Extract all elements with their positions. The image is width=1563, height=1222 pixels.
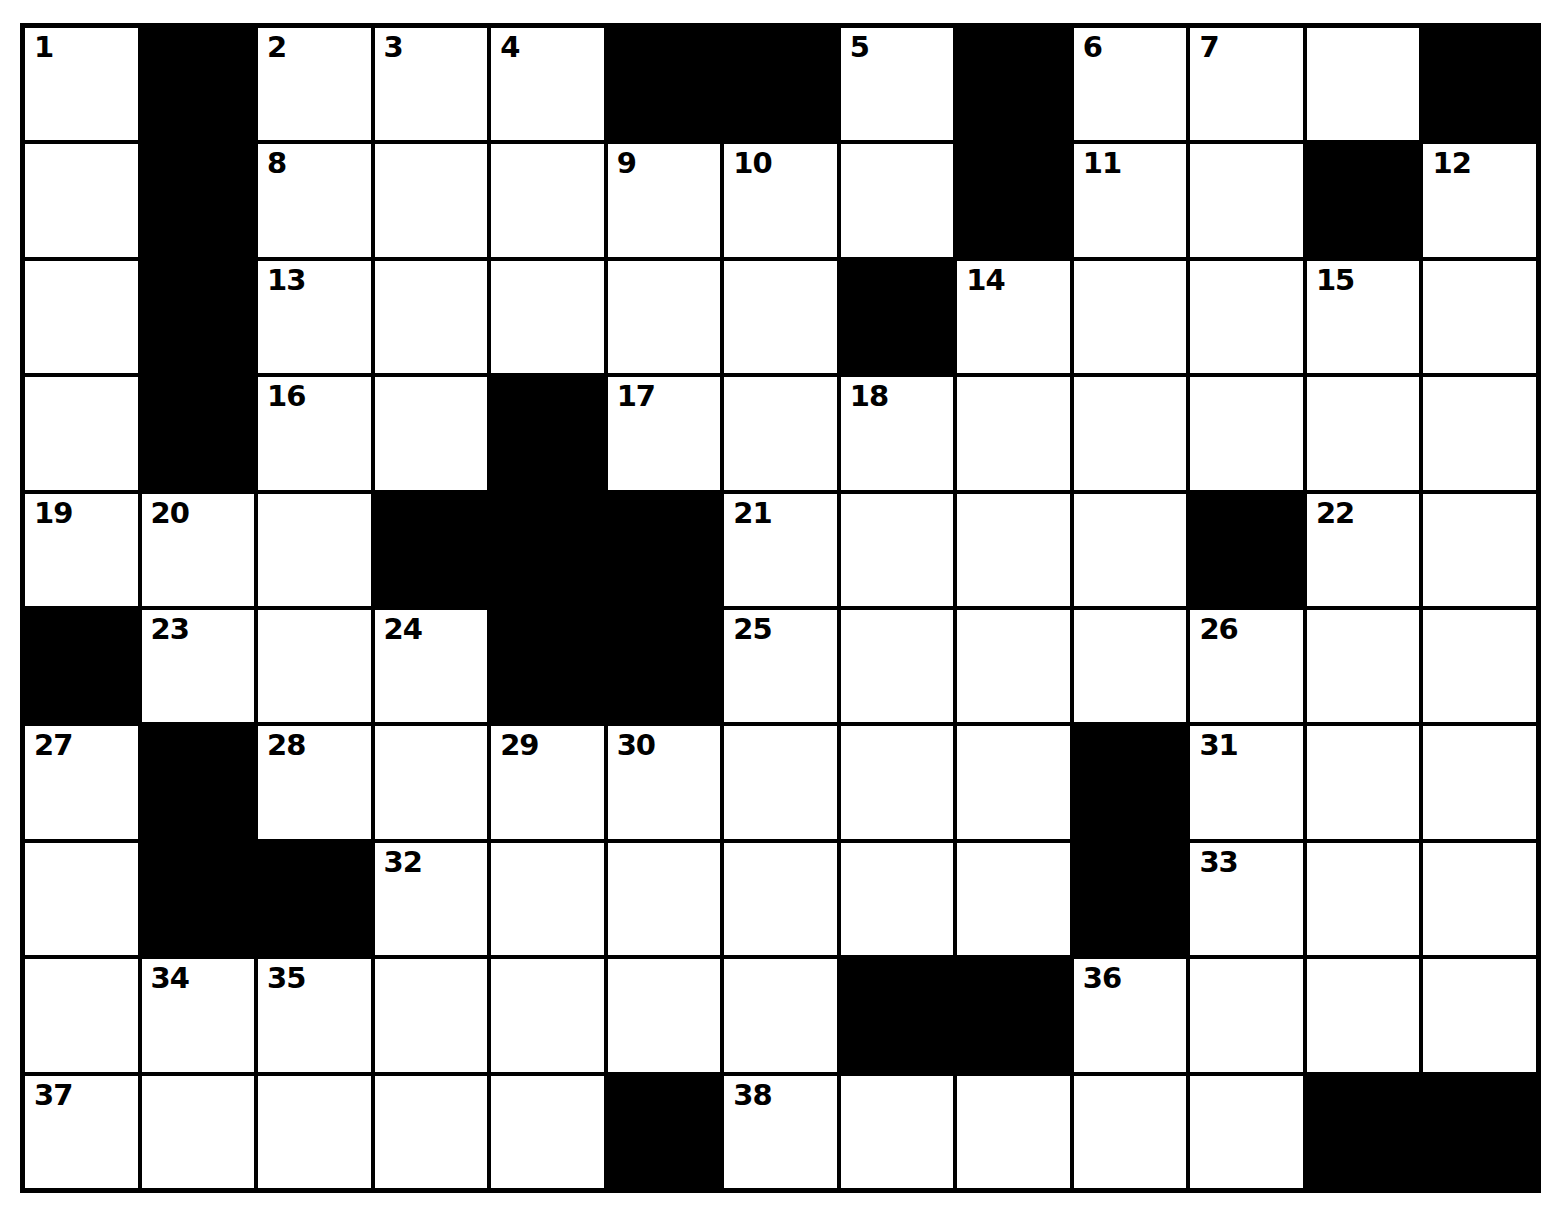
white-cell-r8c8[interactable]	[841, 843, 954, 955]
white-cell-r6c2[interactable]: 23	[142, 610, 255, 722]
white-cell-r3c3[interactable]: 13	[258, 261, 371, 373]
black-cell-r7c10	[1074, 726, 1187, 838]
white-cell-r5c8[interactable]	[841, 494, 954, 606]
clue-number: 7	[1199, 32, 1218, 62]
white-cell-r1c4[interactable]: 3	[375, 28, 488, 140]
clue-number: 16	[267, 381, 305, 411]
white-cell-r3c4[interactable]	[375, 261, 488, 373]
black-cell-r8c3	[258, 843, 371, 955]
clue-number: 9	[617, 148, 636, 178]
clue-number: 34	[151, 963, 189, 993]
white-cell-r7c6[interactable]: 30	[608, 726, 721, 838]
clue-number: 6	[1083, 32, 1102, 62]
white-cell-r10c11[interactable]	[1190, 1076, 1303, 1188]
black-cell-r1c7	[724, 28, 837, 140]
clue-number: 22	[1316, 498, 1354, 528]
white-cell-r2c7[interactable]: 10	[724, 144, 837, 256]
white-cell-r5c7[interactable]: 21	[724, 494, 837, 606]
white-cell-r9c1[interactable]	[25, 959, 138, 1071]
white-cell-r4c4[interactable]	[375, 377, 488, 489]
white-cell-r10c4[interactable]	[375, 1076, 488, 1188]
white-cell-r10c7[interactable]: 38	[724, 1076, 837, 1188]
white-cell-r10c5[interactable]	[491, 1076, 604, 1188]
white-cell-r1c3[interactable]: 2	[258, 28, 371, 140]
white-cell-r9c4[interactable]	[375, 959, 488, 1071]
white-cell-r6c4[interactable]: 24	[375, 610, 488, 722]
black-cell-r9c9	[957, 959, 1070, 1071]
black-cell-r4c5	[491, 377, 604, 489]
clue-number: 4	[500, 32, 519, 62]
white-cell-r3c11[interactable]	[1190, 261, 1303, 373]
white-cell-r7c12[interactable]	[1307, 726, 1420, 838]
white-cell-r8c5[interactable]	[491, 843, 604, 955]
white-cell-r1c1[interactable]: 1	[25, 28, 138, 140]
white-cell-r7c9[interactable]	[957, 726, 1070, 838]
white-cell-r9c2[interactable]: 34	[142, 959, 255, 1071]
clue-number: 26	[1199, 614, 1237, 644]
clue-number: 23	[151, 614, 189, 644]
white-cell-r7c7[interactable]	[724, 726, 837, 838]
white-cell-r3c6[interactable]	[608, 261, 721, 373]
clue-number: 30	[617, 730, 655, 760]
black-cell-r2c12	[1307, 144, 1420, 256]
clue-number: 3	[384, 32, 403, 62]
clue-number: 24	[384, 614, 422, 644]
crossword-page: 1234567891011121314151617181920212223242…	[0, 0, 1563, 1222]
white-cell-r3c12[interactable]: 15	[1307, 261, 1420, 373]
clue-number: 13	[267, 265, 305, 295]
white-cell-r10c10[interactable]	[1074, 1076, 1187, 1188]
white-cell-r3c9[interactable]: 14	[957, 261, 1070, 373]
black-cell-r6c5	[491, 610, 604, 722]
white-cell-r6c13[interactable]	[1423, 610, 1536, 722]
white-cell-r8c7[interactable]	[724, 843, 837, 955]
white-cell-r2c10[interactable]: 11	[1074, 144, 1187, 256]
clue-number: 1	[34, 32, 53, 62]
white-cell-r7c5[interactable]: 29	[491, 726, 604, 838]
black-cell-r7c2	[142, 726, 255, 838]
black-cell-r2c9	[957, 144, 1070, 256]
black-cell-r1c2	[142, 28, 255, 140]
white-cell-r6c3[interactable]	[258, 610, 371, 722]
clue-number: 19	[34, 498, 72, 528]
crossword-grid: 1234567891011121314151617181920212223242…	[20, 23, 1541, 1193]
clue-number: 11	[1083, 148, 1121, 178]
white-cell-r8c12[interactable]	[1307, 843, 1420, 955]
white-cell-r6c11[interactable]: 26	[1190, 610, 1303, 722]
white-cell-r2c5[interactable]	[491, 144, 604, 256]
white-cell-r2c6[interactable]: 9	[608, 144, 721, 256]
clue-number: 18	[850, 381, 888, 411]
white-cell-r8c4[interactable]: 32	[375, 843, 488, 955]
white-cell-r4c11[interactable]	[1190, 377, 1303, 489]
white-cell-r7c8[interactable]	[841, 726, 954, 838]
white-cell-r4c10[interactable]	[1074, 377, 1187, 489]
white-cell-r4c6[interactable]: 17	[608, 377, 721, 489]
white-cell-r4c8[interactable]: 18	[841, 377, 954, 489]
white-cell-r3c1[interactable]	[25, 261, 138, 373]
black-cell-r3c8	[841, 261, 954, 373]
white-cell-r10c3[interactable]	[258, 1076, 371, 1188]
black-cell-r10c6	[608, 1076, 721, 1188]
white-cell-r7c4[interactable]	[375, 726, 488, 838]
white-cell-r1c11[interactable]: 7	[1190, 28, 1303, 140]
white-cell-r5c1[interactable]: 19	[25, 494, 138, 606]
white-cell-r8c6[interactable]	[608, 843, 721, 955]
white-cell-r8c13[interactable]	[1423, 843, 1536, 955]
white-cell-r1c10[interactable]: 6	[1074, 28, 1187, 140]
white-cell-r9c5[interactable]	[491, 959, 604, 1071]
clue-number: 8	[267, 148, 286, 178]
black-cell-r1c9	[957, 28, 1070, 140]
clue-number: 35	[267, 963, 305, 993]
white-cell-r10c8[interactable]	[841, 1076, 954, 1188]
white-cell-r6c10[interactable]	[1074, 610, 1187, 722]
clue-number: 37	[34, 1080, 72, 1110]
white-cell-r10c1[interactable]: 37	[25, 1076, 138, 1188]
white-cell-r7c1[interactable]: 27	[25, 726, 138, 838]
white-cell-r9c10[interactable]: 36	[1074, 959, 1187, 1071]
white-cell-r9c6[interactable]	[608, 959, 721, 1071]
white-cell-r4c9[interactable]	[957, 377, 1070, 489]
clue-number: 28	[267, 730, 305, 760]
black-cell-r5c11	[1190, 494, 1303, 606]
white-cell-r9c12[interactable]	[1307, 959, 1420, 1071]
white-cell-r3c7[interactable]	[724, 261, 837, 373]
black-cell-r2c2	[142, 144, 255, 256]
white-cell-r4c7[interactable]	[724, 377, 837, 489]
clue-number: 17	[617, 381, 655, 411]
white-cell-r9c3[interactable]: 35	[258, 959, 371, 1071]
black-cell-r6c1	[25, 610, 138, 722]
white-cell-r5c3[interactable]	[258, 494, 371, 606]
clue-number: 5	[850, 32, 869, 62]
clue-number: 36	[1083, 963, 1121, 993]
black-cell-r10c12	[1307, 1076, 1420, 1188]
black-cell-r1c13	[1423, 28, 1536, 140]
clue-number: 25	[733, 614, 771, 644]
white-cell-r6c8[interactable]	[841, 610, 954, 722]
white-cell-r5c10[interactable]	[1074, 494, 1187, 606]
white-cell-r9c11[interactable]	[1190, 959, 1303, 1071]
white-cell-r2c8[interactable]	[841, 144, 954, 256]
clue-number: 27	[34, 730, 72, 760]
black-cell-r5c5	[491, 494, 604, 606]
white-cell-r8c1[interactable]	[25, 843, 138, 955]
white-cell-r7c13[interactable]	[1423, 726, 1536, 838]
white-cell-r3c10[interactable]	[1074, 261, 1187, 373]
white-cell-r2c3[interactable]: 8	[258, 144, 371, 256]
clue-number: 21	[733, 498, 771, 528]
clue-number: 38	[733, 1080, 771, 1110]
white-cell-r4c3[interactable]: 16	[258, 377, 371, 489]
black-cell-r9c8	[841, 959, 954, 1071]
white-cell-r8c9[interactable]	[957, 843, 1070, 955]
clue-number: 31	[1199, 730, 1237, 760]
black-cell-r5c4	[375, 494, 488, 606]
black-cell-r8c10	[1074, 843, 1187, 955]
clue-number: 2	[267, 32, 286, 62]
white-cell-r6c9[interactable]	[957, 610, 1070, 722]
white-cell-r2c13[interactable]: 12	[1423, 144, 1536, 256]
white-cell-r4c1[interactable]	[25, 377, 138, 489]
black-cell-r8c2	[142, 843, 255, 955]
white-cell-r6c7[interactable]: 25	[724, 610, 837, 722]
white-cell-r4c13[interactable]	[1423, 377, 1536, 489]
clue-number: 14	[966, 265, 1004, 295]
white-cell-r8c11[interactable]: 33	[1190, 843, 1303, 955]
clue-number: 15	[1316, 265, 1354, 295]
white-cell-r3c5[interactable]	[491, 261, 604, 373]
white-cell-r9c13[interactable]	[1423, 959, 1536, 1071]
white-cell-r7c3[interactable]: 28	[258, 726, 371, 838]
white-cell-r4c12[interactable]	[1307, 377, 1420, 489]
white-cell-r1c5[interactable]: 4	[491, 28, 604, 140]
black-cell-r5c6	[608, 494, 721, 606]
clue-number: 32	[384, 847, 422, 877]
clue-number: 33	[1199, 847, 1237, 877]
black-cell-r1c6	[608, 28, 721, 140]
white-cell-r5c13[interactable]	[1423, 494, 1536, 606]
white-cell-r9c7[interactable]	[724, 959, 837, 1071]
white-cell-r1c12[interactable]	[1307, 28, 1420, 140]
clue-number: 29	[500, 730, 538, 760]
black-cell-r10c13	[1423, 1076, 1536, 1188]
white-cell-r7c11[interactable]: 31	[1190, 726, 1303, 838]
white-cell-r5c12[interactable]: 22	[1307, 494, 1420, 606]
white-cell-r1c8[interactable]: 5	[841, 28, 954, 140]
clue-number: 20	[151, 498, 189, 528]
white-cell-r5c2[interactable]: 20	[142, 494, 255, 606]
white-cell-r10c2[interactable]	[142, 1076, 255, 1188]
clue-number: 12	[1432, 148, 1470, 178]
white-cell-r10c9[interactable]	[957, 1076, 1070, 1188]
clue-number: 10	[733, 148, 771, 178]
black-cell-r3c2	[142, 261, 255, 373]
white-cell-r3c13[interactable]	[1423, 261, 1536, 373]
white-cell-r2c4[interactable]	[375, 144, 488, 256]
black-cell-r4c2	[142, 377, 255, 489]
white-cell-r5c9[interactable]	[957, 494, 1070, 606]
black-cell-r6c6	[608, 610, 721, 722]
white-cell-r2c1[interactable]	[25, 144, 138, 256]
white-cell-r2c11[interactable]	[1190, 144, 1303, 256]
white-cell-r6c12[interactable]	[1307, 610, 1420, 722]
